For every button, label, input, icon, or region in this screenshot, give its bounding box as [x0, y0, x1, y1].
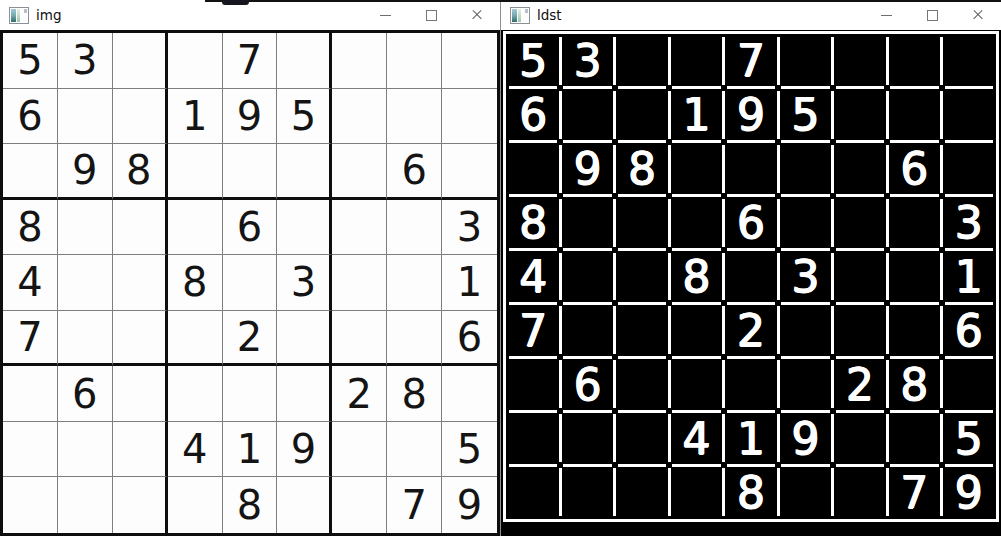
cell-r9c4: [669, 465, 723, 519]
cell-r7c2: 6: [58, 366, 113, 422]
cell-r2c5: 9: [223, 89, 278, 145]
cell-r5c1: 4: [3, 255, 58, 311]
maximize-button[interactable]: [909, 0, 955, 30]
cell-r9c1: [3, 477, 58, 533]
cell-r3c1: [3, 144, 58, 200]
cell-r5c6: 3: [277, 255, 332, 311]
cell-r4c9: 3: [442, 200, 497, 256]
minimize-button[interactable]: [863, 0, 909, 30]
cell-r6c9: 6: [942, 303, 996, 357]
cell-r8c5: 1: [223, 422, 278, 478]
cell-r8c5: 1: [724, 411, 778, 465]
cell-r9c8: 7: [887, 465, 941, 519]
cell-r7c2: 6: [560, 357, 614, 411]
cell-r9c9: 9: [942, 465, 996, 519]
cell-r3c2: 9: [560, 142, 614, 196]
cell-r2c3: [615, 88, 669, 142]
cell-r7c8: 8: [887, 357, 941, 411]
cell-r1c6: [778, 34, 832, 88]
cell-r7c9: [442, 366, 497, 422]
cell-r5c8: [387, 255, 442, 311]
cell-r8c3: [113, 422, 168, 478]
cell-r8c4: 4: [168, 422, 223, 478]
cell-r4c2: [58, 200, 113, 256]
cell-r7c3: [113, 366, 168, 422]
cell-r3c4: [168, 144, 223, 200]
cell-r7c7: 2: [332, 366, 387, 422]
cell-r2c9: [942, 88, 996, 142]
cell-r1c7: [833, 34, 887, 88]
cell-r6c5: 2: [223, 311, 278, 367]
cell-r9c7: [332, 477, 387, 533]
cell-r5c9: 1: [942, 250, 996, 304]
cell-r9c6: [277, 477, 332, 533]
cell-r4c6: [277, 200, 332, 256]
cell-r6c8: [387, 311, 442, 367]
cell-r4c4: [669, 196, 723, 250]
minimize-button[interactable]: [362, 0, 408, 30]
cell-r5c6: 3: [778, 250, 832, 304]
cell-r4c9: 3: [942, 196, 996, 250]
cell-r4c3: [113, 200, 168, 256]
cell-r4c1: 8: [3, 200, 58, 256]
cell-r7c4: [168, 366, 223, 422]
cell-r5c7: [833, 250, 887, 304]
cell-r6c9: 6: [442, 311, 497, 367]
cell-r6c3: [113, 311, 168, 367]
sudoku-board-threshold: 537619598686348317266284195879: [503, 31, 999, 522]
cell-r7c1: [3, 366, 58, 422]
cell-r8c2: [560, 411, 614, 465]
cell-r2c9: [442, 89, 497, 145]
cell-r1c1: 5: [3, 33, 58, 89]
cell-r7c1: [506, 357, 560, 411]
cell-r3c6: [778, 142, 832, 196]
cell-r9c7: [833, 465, 887, 519]
cell-r9c2: [560, 465, 614, 519]
close-icon: [471, 9, 483, 21]
cell-r4c6: [778, 196, 832, 250]
cell-r3c2: 9: [58, 144, 113, 200]
cell-r5c3: [113, 255, 168, 311]
cell-r2c6: 5: [277, 89, 332, 145]
cell-r2c8: [887, 88, 941, 142]
cell-r6c4: [168, 311, 223, 367]
cell-r4c7: [332, 200, 387, 256]
cell-r9c5: 8: [724, 465, 778, 519]
cell-r1c8: [387, 33, 442, 89]
cell-r7c6: [778, 357, 832, 411]
cell-r3c6: [277, 144, 332, 200]
window-ldst: ldst 537619598686348317266284195879: [500, 0, 1001, 536]
cell-r9c4: [168, 477, 223, 533]
cell-r6c3: [615, 303, 669, 357]
maximize-button[interactable]: [408, 0, 454, 30]
cell-r5c9: 1: [442, 255, 497, 311]
cell-r4c3: [615, 196, 669, 250]
cell-r6c2: [58, 311, 113, 367]
cell-r6c6: [277, 311, 332, 367]
cell-r5c4: 8: [168, 255, 223, 311]
cell-r7c3: [615, 357, 669, 411]
cell-r9c2: [58, 477, 113, 533]
titlebar-ldst[interactable]: ldst: [501, 0, 1001, 30]
cell-r3c9: [942, 142, 996, 196]
cell-r4c8: [387, 200, 442, 256]
cell-r3c3: 8: [113, 144, 168, 200]
background-window-edge: [205, 0, 1001, 2]
maximize-icon: [426, 10, 437, 21]
cell-r5c8: [887, 250, 941, 304]
cell-r5c3: [615, 250, 669, 304]
cell-r6c5: 2: [724, 303, 778, 357]
cell-r6c1: 7: [3, 311, 58, 367]
cell-r5c7: [332, 255, 387, 311]
titlebar-img[interactable]: img: [0, 0, 500, 30]
cell-r3c5: [724, 142, 778, 196]
window-controls-ldst: [863, 0, 1001, 30]
cell-r6c2: [560, 303, 614, 357]
cell-r2c6: 5: [778, 88, 832, 142]
cell-r7c8: 8: [387, 366, 442, 422]
cell-r5c5: [223, 255, 278, 311]
cell-r8c1: [3, 422, 58, 478]
cell-r3c5: [223, 144, 278, 200]
cell-r4c7: [833, 196, 887, 250]
cell-r2c4: 1: [669, 88, 723, 142]
cell-r1c2: 3: [560, 34, 614, 88]
cell-r1c3: [113, 33, 168, 89]
window-title-img: img: [36, 0, 61, 30]
close-icon: [972, 9, 984, 21]
cell-r5c4: 8: [669, 250, 723, 304]
cell-r9c8: 7: [387, 477, 442, 533]
background-window-tab: [222, 0, 249, 5]
cell-r4c8: [887, 196, 941, 250]
cell-r9c3: [615, 465, 669, 519]
cell-r6c6: [778, 303, 832, 357]
cell-r9c1: [506, 465, 560, 519]
cell-r3c9: [442, 144, 497, 200]
cell-r2c4: 1: [168, 89, 223, 145]
cell-r1c5: 7: [724, 34, 778, 88]
cell-r3c7: [833, 142, 887, 196]
cell-r2c8: [387, 89, 442, 145]
cell-r4c5: 6: [724, 196, 778, 250]
image-view-original: 537619598686348317266284195879: [0, 30, 500, 536]
close-button[interactable]: [955, 0, 1001, 30]
cell-r3c8: 6: [887, 142, 941, 196]
window-controls-img: [362, 0, 500, 30]
cell-r7c5: [223, 366, 278, 422]
cell-r7c5: [724, 357, 778, 411]
cell-r8c1: [506, 411, 560, 465]
cell-r1c7: [332, 33, 387, 89]
cell-r1c3: [615, 34, 669, 88]
cell-r8c4: 4: [669, 411, 723, 465]
cell-r4c5: 6: [223, 200, 278, 256]
minimize-icon: [881, 15, 892, 16]
cell-r9c6: [778, 465, 832, 519]
maximize-icon: [927, 10, 938, 21]
cell-r8c9: 5: [942, 411, 996, 465]
cell-r2c1: 6: [3, 89, 58, 145]
cell-r7c7: 2: [833, 357, 887, 411]
cell-r2c2: [560, 88, 614, 142]
cell-r9c3: [113, 477, 168, 533]
cell-r9c9: 9: [442, 477, 497, 533]
cell-r1c2: 3: [58, 33, 113, 89]
cell-r1c4: [168, 33, 223, 89]
image-icon: [9, 7, 29, 24]
window-title-ldst: ldst: [537, 0, 562, 30]
cell-r6c1: 7: [506, 303, 560, 357]
image-icon: [510, 7, 530, 24]
cell-r4c1: 8: [506, 196, 560, 250]
cell-r7c4: [669, 357, 723, 411]
cell-r4c4: [168, 200, 223, 256]
cell-r8c3: [615, 411, 669, 465]
cell-r1c4: [669, 34, 723, 88]
cell-r5c2: [58, 255, 113, 311]
cell-r8c6: 9: [277, 422, 332, 478]
close-button[interactable]: [454, 0, 500, 30]
cell-r3c7: [332, 144, 387, 200]
cell-r4c2: [560, 196, 614, 250]
cell-r2c3: [113, 89, 168, 145]
cell-r3c1: [506, 142, 560, 196]
cell-r1c6: [277, 33, 332, 89]
window-img: img 537619598686348317266284195879: [0, 0, 500, 536]
cell-r1c8: [887, 34, 941, 88]
cell-r1c9: [942, 34, 996, 88]
cell-r8c8: [887, 411, 941, 465]
cell-r8c2: [58, 422, 113, 478]
cell-r3c3: 8: [615, 142, 669, 196]
cell-r3c8: 6: [387, 144, 442, 200]
cell-r9c5: 8: [223, 477, 278, 533]
cell-r2c2: [58, 89, 113, 145]
cell-r8c7: [833, 411, 887, 465]
cell-r2c7: [833, 88, 887, 142]
cell-r8c6: 9: [778, 411, 832, 465]
cell-r6c8: [887, 303, 941, 357]
cell-r1c9: [442, 33, 497, 89]
cell-r2c7: [332, 89, 387, 145]
cell-r2c1: 6: [506, 88, 560, 142]
image-view-threshold: 537619598686348317266284195879: [501, 30, 1001, 536]
cell-r2c5: 9: [724, 88, 778, 142]
cell-r5c1: 4: [506, 250, 560, 304]
cell-r1c5: 7: [223, 33, 278, 89]
cell-r6c7: [332, 311, 387, 367]
cell-r7c9: [942, 357, 996, 411]
minimize-icon: [380, 15, 391, 16]
cell-r8c7: [332, 422, 387, 478]
cell-r5c2: [560, 250, 614, 304]
cell-r5c5: [724, 250, 778, 304]
cell-r1c1: 5: [506, 34, 560, 88]
cell-r6c4: [669, 303, 723, 357]
cell-r6c7: [833, 303, 887, 357]
cell-r8c9: 5: [442, 422, 497, 478]
sudoku-board-original: 537619598686348317266284195879: [0, 30, 500, 536]
cell-r8c8: [387, 422, 442, 478]
cell-r3c4: [669, 142, 723, 196]
cell-r7c6: [277, 366, 332, 422]
